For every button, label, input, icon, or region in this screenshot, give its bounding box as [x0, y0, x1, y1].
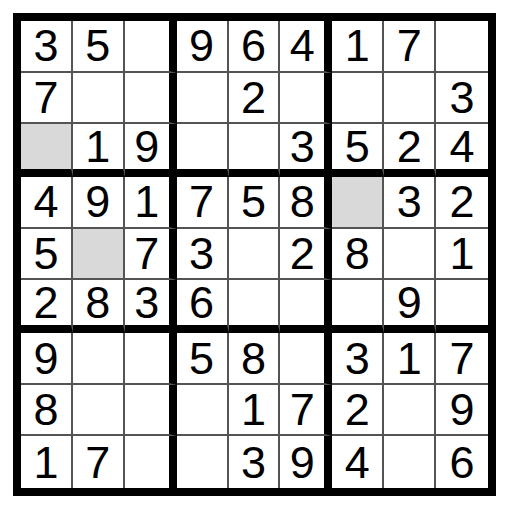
- cell-r5c8[interactable]: [384, 229, 436, 281]
- cell-r8c4[interactable]: [177, 385, 229, 437]
- cell-r7c5[interactable]: 8: [229, 333, 281, 385]
- cell-r2c3[interactable]: [125, 73, 177, 125]
- cell-r3c4[interactable]: [177, 124, 229, 177]
- cell-r9c8[interactable]: [384, 436, 436, 488]
- cell-r6c5[interactable]: [229, 280, 281, 333]
- cell-r3c9[interactable]: 4: [436, 124, 488, 177]
- cell-r3c1[interactable]: [21, 124, 73, 177]
- cell-r6c4[interactable]: 6: [177, 280, 229, 333]
- cell-r1c2[interactable]: 5: [73, 21, 125, 73]
- cell-r4c1[interactable]: 4: [21, 177, 73, 229]
- cell-r3c8[interactable]: 2: [384, 124, 436, 177]
- cell-r7c7[interactable]: 3: [332, 333, 384, 385]
- cell-r4c4[interactable]: 7: [177, 177, 229, 229]
- cell-r4c8[interactable]: 3: [384, 177, 436, 229]
- cell-r9c6[interactable]: 9: [280, 436, 332, 488]
- cell-r5c2[interactable]: [73, 229, 125, 281]
- cell-r9c4[interactable]: [177, 436, 229, 488]
- cell-r4c2[interactable]: 9: [73, 177, 125, 229]
- cell-r5c9[interactable]: 1: [436, 229, 488, 281]
- cell-r4c5[interactable]: 5: [229, 177, 281, 229]
- cell-r2c1[interactable]: 7: [21, 73, 73, 125]
- cell-r7c2[interactable]: [73, 333, 125, 385]
- cell-r6c8[interactable]: 9: [384, 280, 436, 333]
- cell-r7c3[interactable]: [125, 333, 177, 385]
- cell-r1c3[interactable]: [125, 21, 177, 73]
- cell-r2c4[interactable]: [177, 73, 229, 125]
- cell-r8c7[interactable]: 2: [332, 385, 384, 437]
- cell-r8c5[interactable]: 1: [229, 385, 281, 437]
- cell-r1c8[interactable]: 7: [384, 21, 436, 73]
- cell-r4c3[interactable]: 1: [125, 177, 177, 229]
- sudoku-page: 3596417723193524491758325732812836995831…: [0, 0, 509, 509]
- cell-r5c5[interactable]: [229, 229, 281, 281]
- cell-r5c6[interactable]: 2: [280, 229, 332, 281]
- cell-r3c5[interactable]: [229, 124, 281, 177]
- cell-r8c6[interactable]: 7: [280, 385, 332, 437]
- cell-r2c8[interactable]: [384, 73, 436, 125]
- cell-r8c8[interactable]: [384, 385, 436, 437]
- sudoku-board: 3596417723193524491758325732812836995831…: [13, 13, 496, 496]
- cell-r3c7[interactable]: 5: [332, 124, 384, 177]
- cell-r1c4[interactable]: 9: [177, 21, 229, 73]
- cell-r4c6[interactable]: 8: [280, 177, 332, 229]
- cell-r1c6[interactable]: 4: [280, 21, 332, 73]
- cell-r1c1[interactable]: 3: [21, 21, 73, 73]
- cell-r9c7[interactable]: 4: [332, 436, 384, 488]
- cell-r8c2[interactable]: [73, 385, 125, 437]
- cell-r6c7[interactable]: [332, 280, 384, 333]
- cell-r1c9[interactable]: [436, 21, 488, 73]
- cell-r6c6[interactable]: [280, 280, 332, 333]
- cell-r1c7[interactable]: 1: [332, 21, 384, 73]
- cell-r6c9[interactable]: [436, 280, 488, 333]
- cell-r9c5[interactable]: 3: [229, 436, 281, 488]
- cell-r2c5[interactable]: 2: [229, 73, 281, 125]
- cell-r8c3[interactable]: [125, 385, 177, 437]
- cell-r9c1[interactable]: 1: [21, 436, 73, 488]
- cell-r5c7[interactable]: 8: [332, 229, 384, 281]
- cell-r7c6[interactable]: [280, 333, 332, 385]
- cell-r6c2[interactable]: 8: [73, 280, 125, 333]
- cell-r9c2[interactable]: 7: [73, 436, 125, 488]
- cell-r2c6[interactable]: [280, 73, 332, 125]
- cell-r2c7[interactable]: [332, 73, 384, 125]
- cell-r8c9[interactable]: 9: [436, 385, 488, 437]
- cell-r3c6[interactable]: 3: [280, 124, 332, 177]
- cell-r7c4[interactable]: 5: [177, 333, 229, 385]
- cell-r2c2[interactable]: [73, 73, 125, 125]
- cell-r5c1[interactable]: 5: [21, 229, 73, 281]
- cell-r7c8[interactable]: 1: [384, 333, 436, 385]
- cell-r1c5[interactable]: 6: [229, 21, 281, 73]
- cell-r9c9[interactable]: 6: [436, 436, 488, 488]
- cell-r5c4[interactable]: 3: [177, 229, 229, 281]
- cell-r4c7[interactable]: [332, 177, 384, 229]
- cell-r6c1[interactable]: 2: [21, 280, 73, 333]
- cell-r6c3[interactable]: 3: [125, 280, 177, 333]
- cell-r3c2[interactable]: 1: [73, 124, 125, 177]
- cell-r3c3[interactable]: 9: [125, 124, 177, 177]
- cell-r7c9[interactable]: 7: [436, 333, 488, 385]
- cell-r4c9[interactable]: 2: [436, 177, 488, 229]
- cell-r7c1[interactable]: 9: [21, 333, 73, 385]
- cell-r5c3[interactable]: 7: [125, 229, 177, 281]
- cell-r2c9[interactable]: 3: [436, 73, 488, 125]
- cell-r9c3[interactable]: [125, 436, 177, 488]
- cell-r8c1[interactable]: 8: [21, 385, 73, 437]
